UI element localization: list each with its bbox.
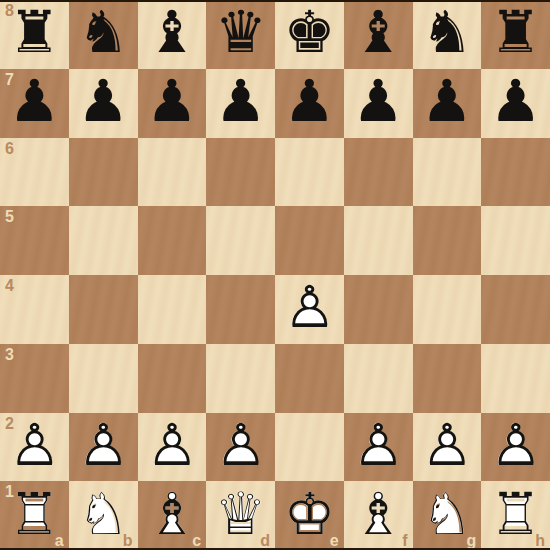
white-piece-outline: ♙ — [275, 278, 344, 336]
square-g6[interactable] — [413, 138, 482, 207]
square-d4[interactable] — [206, 275, 275, 344]
white-piece-outline: ♖ — [481, 484, 550, 542]
square-f1[interactable]: f♝♗ — [344, 481, 413, 550]
piece-white-pawn-icon[interactable]: ♟♙ — [344, 413, 413, 482]
square-a7[interactable]: 7♟ — [0, 69, 69, 138]
square-c7[interactable]: ♟ — [138, 69, 207, 138]
white-piece-outline: ♙ — [138, 416, 207, 474]
square-f4[interactable] — [344, 275, 413, 344]
square-e5[interactable] — [275, 206, 344, 275]
piece-white-pawn-icon[interactable]: ♟♙ — [481, 413, 550, 482]
white-piece-outline: ♗ — [138, 484, 207, 542]
square-a5[interactable]: 5 — [0, 206, 69, 275]
black-piece-fill: ♛ — [206, 3, 275, 61]
square-h4[interactable] — [481, 275, 550, 344]
square-e2[interactable] — [275, 413, 344, 482]
piece-black-pawn-icon[interactable]: ♟ — [0, 69, 69, 138]
piece-white-pawn-icon[interactable]: ♟♙ — [0, 413, 69, 482]
square-a6[interactable]: 6 — [0, 138, 69, 207]
square-a4[interactable]: 4 — [0, 275, 69, 344]
piece-white-pawn-icon[interactable]: ♟♙ — [275, 275, 344, 344]
piece-black-bishop-icon[interactable]: ♝ — [138, 0, 207, 69]
white-piece-outline: ♙ — [413, 416, 482, 474]
white-piece-outline: ♙ — [206, 416, 275, 474]
black-piece-fill: ♝ — [344, 3, 413, 61]
piece-white-rook-icon[interactable]: ♜♖ — [0, 481, 69, 550]
piece-black-pawn-icon[interactable]: ♟ — [275, 69, 344, 138]
square-e8[interactable]: ♚ — [275, 0, 344, 69]
square-h7[interactable]: ♟ — [481, 69, 550, 138]
piece-white-pawn-icon[interactable]: ♟♙ — [138, 413, 207, 482]
black-piece-fill: ♟ — [138, 72, 207, 130]
black-piece-fill: ♟ — [481, 72, 550, 130]
white-piece-outline: ♙ — [344, 416, 413, 474]
white-piece-outline: ♗ — [344, 484, 413, 542]
square-f6[interactable] — [344, 138, 413, 207]
square-d3[interactable] — [206, 344, 275, 413]
square-h2[interactable]: ♟♙ — [481, 413, 550, 482]
piece-white-bishop-icon[interactable]: ♝♗ — [138, 481, 207, 550]
square-h8[interactable]: ♜ — [481, 0, 550, 69]
white-piece-outline: ♙ — [481, 416, 550, 474]
square-a3[interactable]: 3 — [0, 344, 69, 413]
piece-white-pawn-icon[interactable]: ♟♙ — [206, 413, 275, 482]
square-f3[interactable] — [344, 344, 413, 413]
piece-black-queen-icon[interactable]: ♛ — [206, 0, 275, 69]
square-b7[interactable]: ♟ — [69, 69, 138, 138]
square-e1[interactable]: e♚♔ — [275, 481, 344, 550]
piece-white-knight-icon[interactable]: ♞♘ — [69, 481, 138, 550]
square-a8[interactable]: 8♜ — [0, 0, 69, 69]
white-piece-outline: ♘ — [69, 484, 138, 542]
white-piece-outline: ♘ — [413, 484, 482, 542]
square-b5[interactable] — [69, 206, 138, 275]
piece-white-pawn-icon[interactable]: ♟♙ — [69, 413, 138, 482]
white-piece-outline: ♙ — [69, 416, 138, 474]
white-piece-outline: ♙ — [0, 416, 69, 474]
piece-black-pawn-icon[interactable]: ♟ — [481, 69, 550, 138]
square-g3[interactable] — [413, 344, 482, 413]
piece-black-pawn-icon[interactable]: ♟ — [413, 69, 482, 138]
piece-white-pawn-icon[interactable]: ♟♙ — [413, 413, 482, 482]
square-g2[interactable]: ♟♙ — [413, 413, 482, 482]
square-h6[interactable] — [481, 138, 550, 207]
square-c8[interactable]: ♝ — [138, 0, 207, 69]
square-g8[interactable]: ♞ — [413, 0, 482, 69]
square-h5[interactable] — [481, 206, 550, 275]
square-a1[interactable]: 1a♜♖ — [0, 481, 69, 550]
piece-black-pawn-icon[interactable]: ♟ — [206, 69, 275, 138]
square-d8[interactable]: ♛ — [206, 0, 275, 69]
square-f7[interactable]: ♟ — [344, 69, 413, 138]
square-e3[interactable] — [275, 344, 344, 413]
black-piece-fill: ♟ — [344, 72, 413, 130]
black-piece-fill: ♝ — [138, 3, 207, 61]
black-piece-fill: ♞ — [69, 3, 138, 61]
piece-black-pawn-icon[interactable]: ♟ — [69, 69, 138, 138]
square-b6[interactable] — [69, 138, 138, 207]
square-c5[interactable] — [138, 206, 207, 275]
piece-black-pawn-icon[interactable]: ♟ — [344, 69, 413, 138]
square-c4[interactable] — [138, 275, 207, 344]
white-piece-outline: ♔ — [275, 484, 344, 542]
piece-black-pawn-icon[interactable]: ♟ — [138, 69, 207, 138]
square-h3[interactable] — [481, 344, 550, 413]
black-piece-fill: ♜ — [0, 3, 69, 61]
piece-black-bishop-icon[interactable]: ♝ — [344, 0, 413, 69]
black-piece-fill: ♟ — [0, 72, 69, 130]
square-d6[interactable] — [206, 138, 275, 207]
square-d2[interactable]: ♟♙ — [206, 413, 275, 482]
square-c3[interactable] — [138, 344, 207, 413]
piece-white-king-icon[interactable]: ♚♔ — [275, 481, 344, 550]
square-c2[interactable]: ♟♙ — [138, 413, 207, 482]
square-c6[interactable] — [138, 138, 207, 207]
square-f5[interactable] — [344, 206, 413, 275]
square-g1[interactable]: g♞♘ — [413, 481, 482, 550]
piece-white-knight-icon[interactable]: ♞♘ — [413, 481, 482, 550]
chess-board-container: 8♜♞♝♛♚♝♞♜7♟♟♟♟♟♟♟♟654♟♙32♟♙♟♙♟♙♟♙♟♙♟♙♟♙1… — [0, 0, 550, 550]
piece-black-knight-icon[interactable]: ♞ — [413, 0, 482, 69]
piece-black-rook-icon[interactable]: ♜ — [0, 0, 69, 69]
square-d7[interactable]: ♟ — [206, 69, 275, 138]
square-c1[interactable]: c♝♗ — [138, 481, 207, 550]
piece-black-knight-icon[interactable]: ♞ — [69, 0, 138, 69]
piece-black-rook-icon[interactable]: ♜ — [481, 0, 550, 69]
square-b8[interactable]: ♞ — [69, 0, 138, 69]
chess-board: 8♜♞♝♛♚♝♞♜7♟♟♟♟♟♟♟♟654♟♙32♟♙♟♙♟♙♟♙♟♙♟♙♟♙1… — [0, 0, 550, 550]
square-d1[interactable]: d♛♕ — [206, 481, 275, 550]
square-e6[interactable] — [275, 138, 344, 207]
square-e7[interactable]: ♟ — [275, 69, 344, 138]
black-piece-fill: ♚ — [275, 3, 344, 61]
rank-coordinate: 3 — [5, 346, 14, 364]
piece-black-king-icon[interactable]: ♚ — [275, 0, 344, 69]
piece-white-queen-icon[interactable]: ♛♕ — [206, 481, 275, 550]
square-f2[interactable]: ♟♙ — [344, 413, 413, 482]
piece-white-bishop-icon[interactable]: ♝♗ — [344, 481, 413, 550]
square-b3[interactable] — [69, 344, 138, 413]
black-piece-fill: ♟ — [69, 72, 138, 130]
square-b1[interactable]: b♞♘ — [69, 481, 138, 550]
square-b4[interactable] — [69, 275, 138, 344]
black-piece-fill: ♟ — [206, 72, 275, 130]
piece-white-rook-icon[interactable]: ♜♖ — [481, 481, 550, 550]
square-g4[interactable] — [413, 275, 482, 344]
square-g7[interactable]: ♟ — [413, 69, 482, 138]
black-piece-fill: ♟ — [275, 72, 344, 130]
square-g5[interactable] — [413, 206, 482, 275]
black-piece-fill: ♞ — [413, 3, 482, 61]
square-d5[interactable] — [206, 206, 275, 275]
rank-coordinate: 5 — [5, 208, 14, 226]
rank-coordinate: 6 — [5, 140, 14, 158]
black-piece-fill: ♟ — [413, 72, 482, 130]
white-piece-outline: ♕ — [206, 484, 275, 542]
black-piece-fill: ♜ — [481, 3, 550, 61]
square-f8[interactable]: ♝ — [344, 0, 413, 69]
square-b2[interactable]: ♟♙ — [69, 413, 138, 482]
square-a2[interactable]: 2♟♙ — [0, 413, 69, 482]
rank-coordinate: 4 — [5, 277, 14, 295]
square-e4[interactable]: ♟♙ — [275, 275, 344, 344]
white-piece-outline: ♖ — [0, 484, 69, 542]
square-h1[interactable]: h♜♖ — [481, 481, 550, 550]
